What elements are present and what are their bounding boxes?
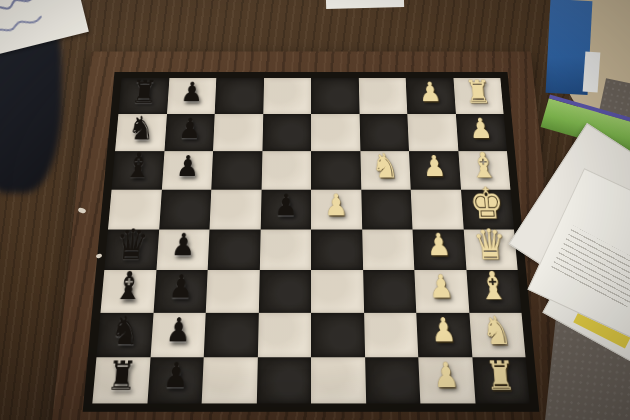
square-d4 [311,229,363,270]
chess-board-grid: ♜♟♟♜♞♟♟♝♟♞♟♝♟♟♚♛♟♟♛♝♟♟♝♞♟♟♞♜♟♟♜ [92,78,529,403]
black-pawn-c7: ♟ [168,272,194,304]
square-b6 [204,313,259,357]
square-f8: ♝ [112,151,164,189]
board-wood-frame: ♜♟♟♜♞♟♟♝♟♞♟♝♟♟♚♛♟♟♛♝♟♟♝♞♟♟♞♜♟♟♜ [50,52,572,420]
board-black-border: ♜♟♟♜♞♟♟♝♟♞♟♝♟♟♚♛♟♟♛♝♟♟♝♞♟♟♞♜♟♟♜ [83,72,540,412]
square-d2: ♟ [412,229,466,270]
white-knight-f3: ♞ [371,149,399,183]
white-pawn-c2: ♟ [428,272,454,304]
square-h5 [263,78,311,114]
square-f3: ♞ [360,151,411,189]
square-g5 [262,114,311,151]
black-pawn-e5: ♟ [274,191,298,221]
square-c6 [206,270,260,313]
square-e4: ♟ [311,189,362,229]
white-king-e1: ♚ [468,182,505,225]
square-d7: ♟ [156,229,210,270]
square-h6 [215,78,264,114]
square-h7: ♟ [167,78,217,114]
printed-text-lines [551,226,630,309]
square-b1: ♞ [469,313,526,357]
square-d3 [362,229,415,270]
square-g4 [311,114,360,151]
square-d5 [259,229,311,270]
square-e2 [411,189,464,229]
square-a1: ♜ [472,357,530,403]
square-h3 [358,78,407,114]
white-pawn-g1: ♟ [468,115,493,143]
black-pawn-b7: ♟ [165,314,192,347]
square-b3 [364,313,419,357]
square-e6 [210,189,262,229]
black-rook-h8: ♜ [130,76,159,107]
black-queen-d8: ♛ [114,223,150,266]
square-c7: ♟ [153,270,208,313]
paper-sliver [326,0,404,9]
square-c3 [363,270,417,313]
white-pawn-b2: ♟ [430,314,457,347]
square-b5 [257,313,311,357]
square-a5 [256,357,311,403]
square-f5 [261,151,311,189]
square-c5 [258,270,311,313]
square-f2: ♟ [409,151,461,189]
square-g7: ♟ [164,114,215,151]
square-g2 [407,114,458,151]
white-queen-d1: ♛ [472,223,508,266]
square-b8: ♞ [96,313,153,357]
square-d6 [208,229,261,270]
black-bishop-c8: ♝ [112,268,144,307]
square-h4 [311,78,359,114]
black-pawn-h7: ♟ [180,79,204,106]
square-h1: ♜ [453,78,504,114]
square-e7 [159,189,212,229]
square-c8: ♝ [100,270,156,313]
square-a3 [365,357,421,403]
black-bishop-f8: ♝ [123,149,154,184]
square-b2: ♟ [416,313,472,357]
white-rook-h1: ♜ [464,76,493,107]
square-h2: ♟ [406,78,456,114]
white-pawn-h2: ♟ [418,79,442,106]
black-rook-a8: ♜ [105,355,138,395]
square-f7: ♟ [161,151,213,189]
black-pawn-f7: ♟ [175,152,200,181]
white-pawn-d2: ♟ [426,230,452,261]
white-pawn-e4: ♟ [324,191,348,221]
square-f6 [211,151,262,189]
white-pawn-a2: ♟ [433,359,460,394]
scene-photo: { "scene": { "description": "Overhead ph… [0,0,630,420]
square-f4 [311,151,361,189]
square-a4 [311,357,366,403]
white-pawn-f2: ♟ [422,152,447,181]
white-bishop-c1: ♝ [477,268,509,307]
square-b4 [311,313,365,357]
square-e3 [361,189,413,229]
white-knight-b1: ♞ [481,311,513,350]
white-rook-a1: ♜ [484,355,517,395]
square-a2: ♟ [418,357,475,403]
black-knight-b8: ♞ [109,311,141,350]
square-c2: ♟ [414,270,469,313]
black-pawn-a7: ♟ [162,359,189,394]
square-a6 [202,357,258,403]
black-pawn-g7: ♟ [178,115,202,143]
black-pawn-d7: ♟ [170,230,196,261]
black-knight-g8: ♞ [127,112,156,145]
square-a7: ♟ [147,357,204,403]
square-c1: ♝ [466,270,522,313]
square-g6 [213,114,263,151]
chess-board: ♜♟♟♜♞♟♟♝♟♞♟♝♟♟♚♛♟♟♛♝♟♟♝♞♟♟♞♜♟♟♜ [50,52,572,420]
square-a8: ♜ [92,357,150,403]
square-c4 [311,270,364,313]
square-b7: ♟ [150,313,206,357]
white-paper-tab [583,52,601,93]
square-e5: ♟ [260,189,311,229]
